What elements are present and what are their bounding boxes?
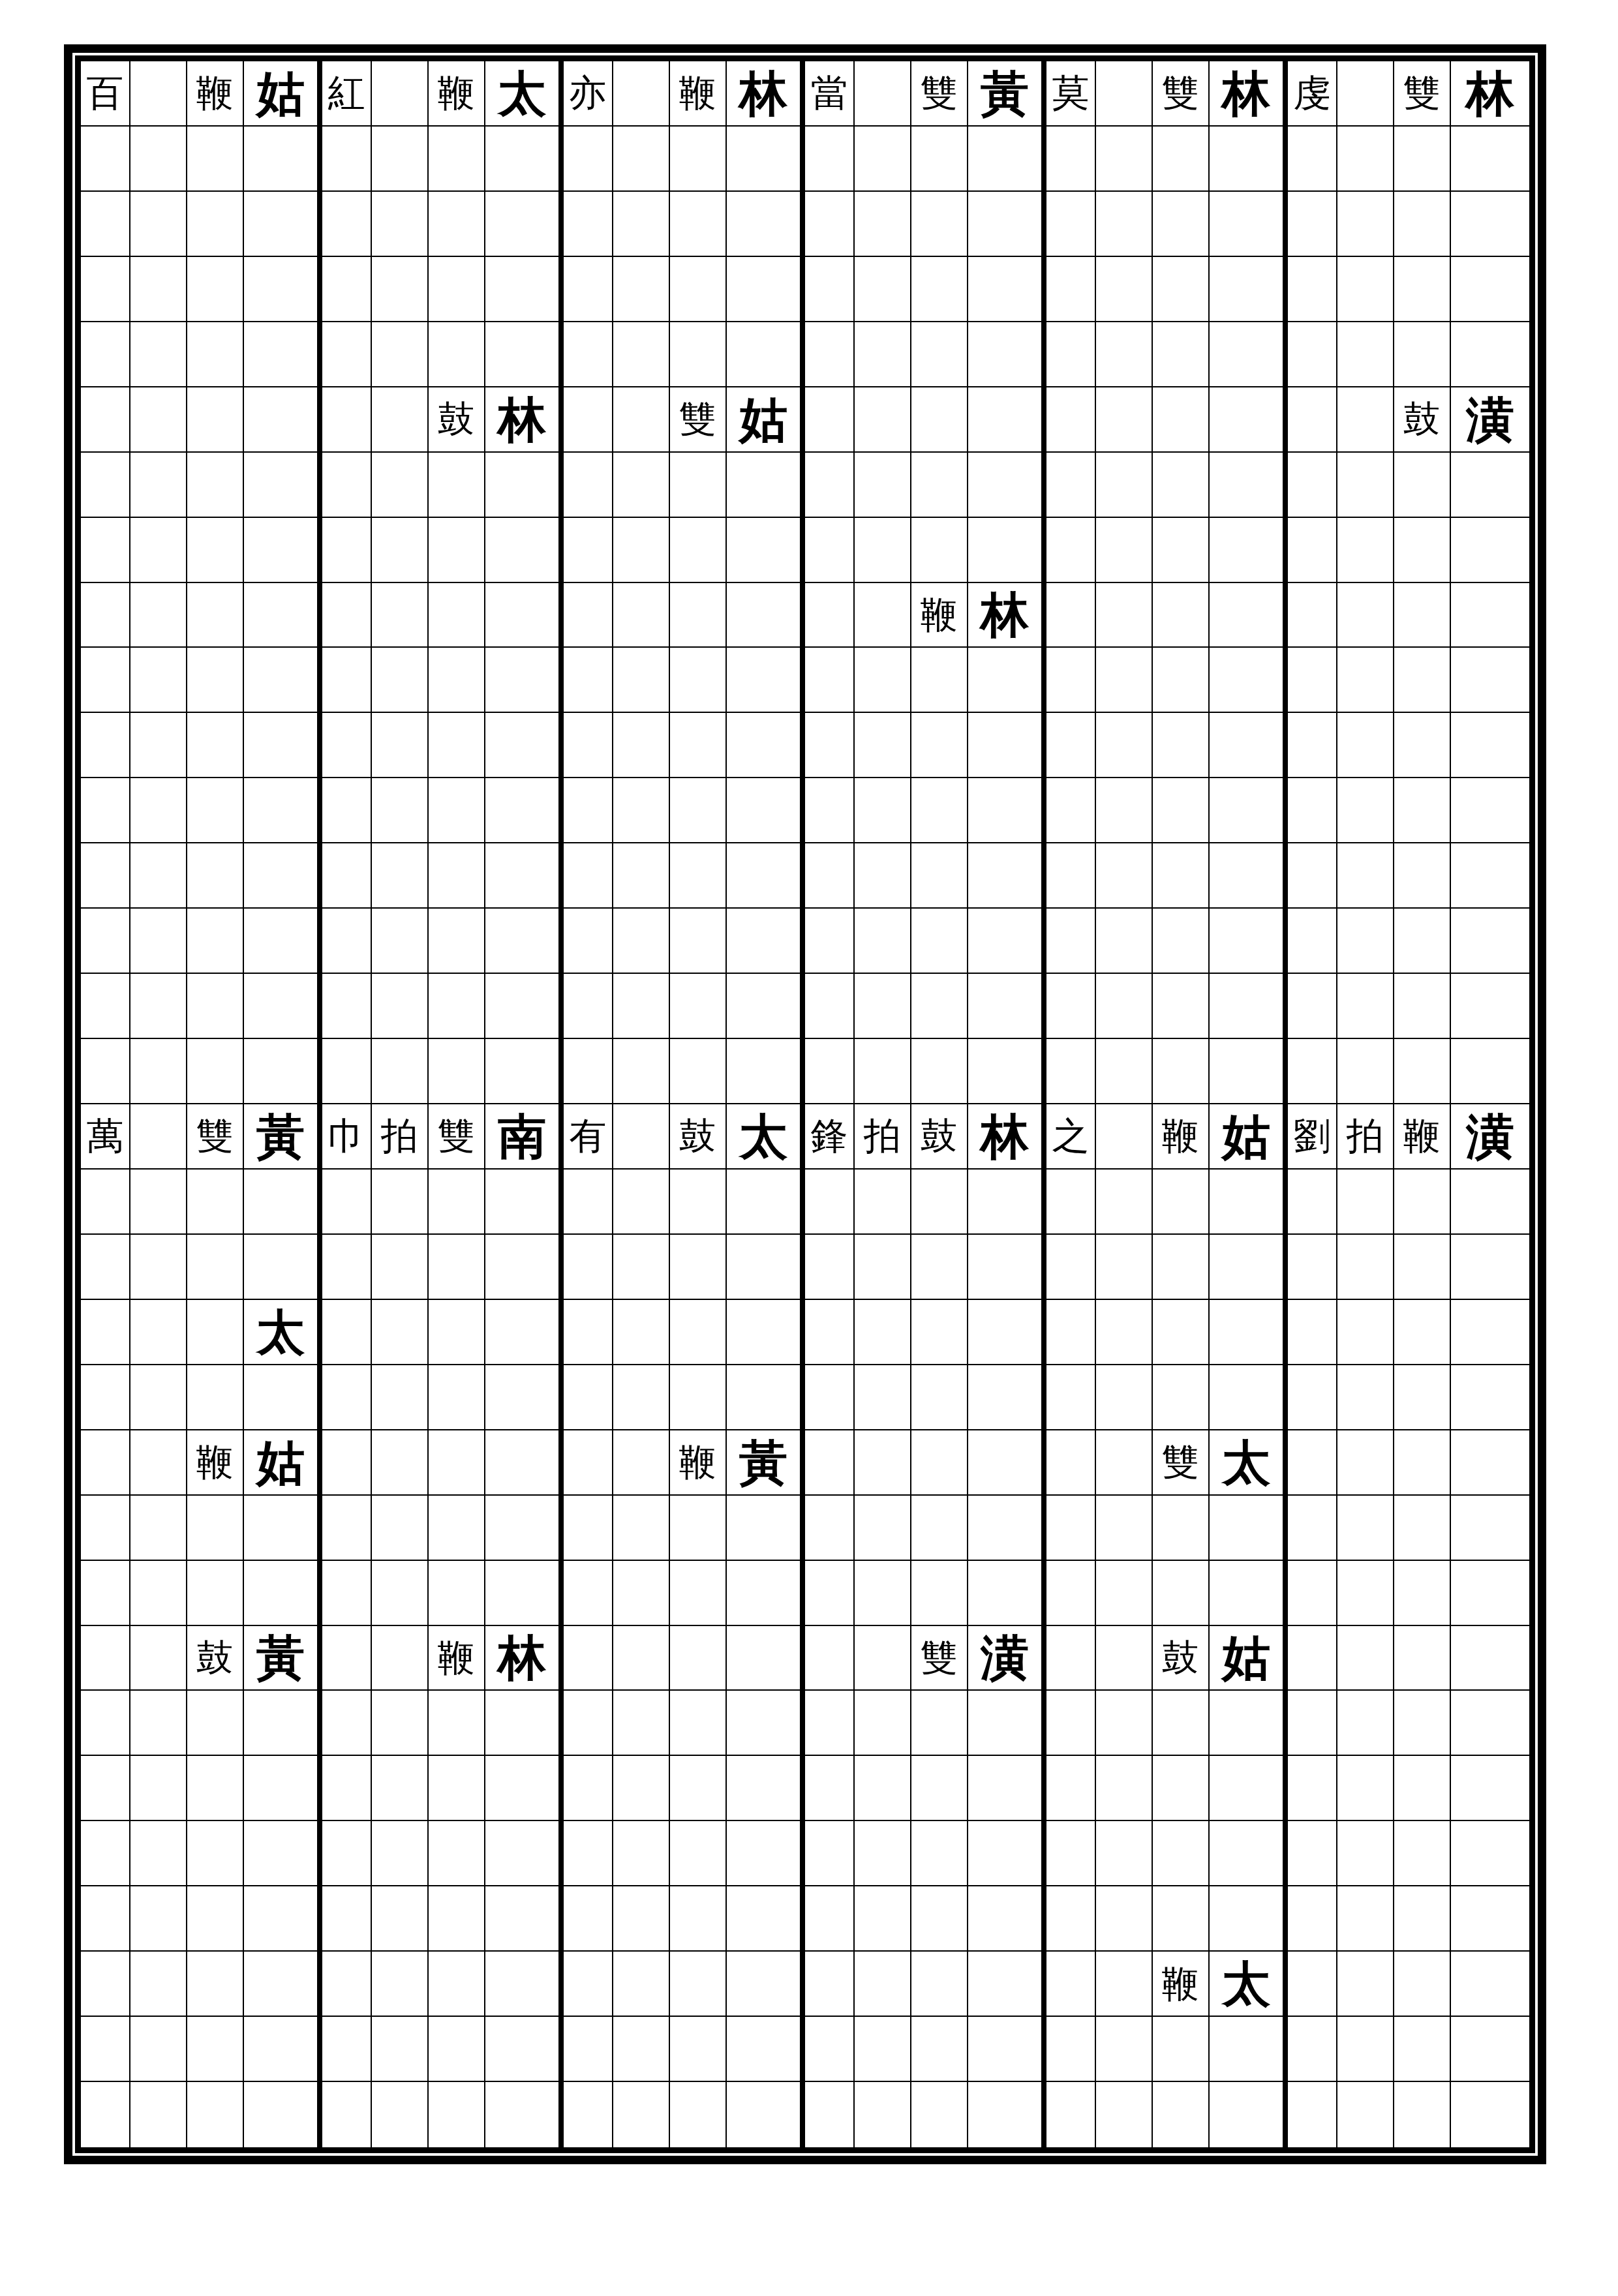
grid-cell — [1153, 909, 1210, 974]
grid-cell — [81, 2082, 130, 2147]
grid-cell — [670, 1691, 727, 1756]
grid-cell — [1394, 843, 1451, 909]
grid-cell: 拍 — [372, 1104, 429, 1170]
grid-cell — [805, 1430, 855, 1496]
grid-cell — [670, 1821, 727, 1886]
grid-cell — [1288, 1170, 1337, 1235]
grid-cell — [1394, 1039, 1451, 1104]
grid-cell — [613, 1235, 670, 1300]
grid-cell — [372, 387, 429, 453]
grid-cell — [1096, 518, 1153, 583]
grid-cell — [968, 1561, 1046, 1626]
grid-cell — [613, 2082, 670, 2147]
grid-cell: 林 — [1451, 61, 1529, 127]
grid-cell: 南 — [485, 1104, 564, 1170]
grid-cell — [1394, 909, 1451, 974]
grid-cell — [1288, 453, 1337, 518]
grid-cell — [670, 2082, 727, 2147]
grid-cell — [1153, 1365, 1210, 1430]
grid-cell — [613, 387, 670, 453]
grid-cell — [485, 2082, 564, 2147]
grid-cell — [485, 843, 564, 909]
grid-cell — [1394, 974, 1451, 1039]
grid-cell — [805, 778, 855, 843]
grid-cell — [805, 909, 855, 974]
grid-cell — [1451, 843, 1529, 909]
grid-cell — [1394, 1170, 1451, 1235]
grid-cell: 雙 — [1394, 61, 1451, 127]
grid-cell — [1153, 1039, 1210, 1104]
grid-cell — [670, 1300, 727, 1365]
grid-cell — [1337, 453, 1394, 518]
grid-cell — [130, 1691, 187, 1756]
grid-cell — [244, 1170, 322, 1235]
grid-cell — [564, 1170, 613, 1235]
grid-cell — [1096, 322, 1153, 387]
grid-cell — [1288, 322, 1337, 387]
grid-cell — [1337, 648, 1394, 713]
grid-cell — [727, 1952, 805, 2017]
grid-cell — [1046, 713, 1096, 778]
grid-cell — [564, 1300, 613, 1365]
grid-cell — [1288, 127, 1337, 192]
grid-cell — [1210, 257, 1288, 322]
grid-cell — [911, 843, 968, 909]
grid-cell — [613, 1756, 670, 1821]
grid-cell — [1394, 1496, 1451, 1561]
grid-cell — [1210, 192, 1288, 257]
grid-cell — [1288, 843, 1337, 909]
grid-cell — [1046, 1691, 1096, 1756]
grid-cell — [429, 1235, 485, 1300]
grid-cell — [322, 778, 372, 843]
grid-cell: 雙 — [911, 1626, 968, 1691]
grid-cell — [1394, 518, 1451, 583]
grid-cell — [81, 322, 130, 387]
grid-cell — [1394, 1886, 1451, 1952]
grid-cell — [322, 1886, 372, 1952]
grid-cell — [81, 843, 130, 909]
grid-cell — [372, 127, 429, 192]
grid-cell: 鞭 — [1153, 1104, 1210, 1170]
grid-cell — [670, 453, 727, 518]
score-outer-frame: 百鞭姑紅鞭太亦鞭林當雙黃莫雙林虔雙林鼓林雙姑鼓潢鞭林萬雙黃巾拍雙南有鼓太鋒拍鼓林… — [64, 44, 1546, 2164]
grid-cell — [1153, 1561, 1210, 1626]
grid-cell — [81, 974, 130, 1039]
grid-cell — [727, 1300, 805, 1365]
grid-cell — [1096, 1300, 1153, 1365]
grid-cell — [1096, 1561, 1153, 1626]
grid-cell: 鼓 — [429, 387, 485, 453]
grid-cell — [805, 192, 855, 257]
grid-cell — [1394, 322, 1451, 387]
grid-cell — [81, 583, 130, 648]
grid-cell — [1210, 1886, 1288, 1952]
grid-cell — [1096, 192, 1153, 257]
grid-cell — [1337, 192, 1394, 257]
grid-cell — [1451, 1561, 1529, 1626]
grid-cell — [130, 974, 187, 1039]
grid-cell — [1288, 1756, 1337, 1821]
grid-cell — [911, 648, 968, 713]
grid-cell — [968, 1952, 1046, 2017]
grid-cell — [187, 192, 244, 257]
grid-cell — [429, 257, 485, 322]
grid-cell — [805, 1952, 855, 2017]
grid-cell — [187, 1496, 244, 1561]
grid-cell — [911, 1170, 968, 1235]
grid-cell — [1153, 778, 1210, 843]
grid-cell: 鼓 — [911, 1104, 968, 1170]
grid-cell — [670, 1756, 727, 1821]
grid-cell — [81, 1561, 130, 1626]
grid-cell — [670, 518, 727, 583]
grid-cell — [1153, 1300, 1210, 1365]
grid-cell — [130, 1039, 187, 1104]
grid-cell: 姑 — [244, 61, 322, 127]
grid-cell — [187, 1235, 244, 1300]
grid-cell — [81, 192, 130, 257]
grid-cell — [485, 453, 564, 518]
grid-cell — [1451, 1886, 1529, 1952]
grid-cell — [670, 127, 727, 192]
grid-cell — [968, 2017, 1046, 2082]
grid-cell — [244, 322, 322, 387]
grid-cell — [372, 1496, 429, 1561]
grid-cell — [130, 1756, 187, 1821]
grid-cell — [81, 648, 130, 713]
grid-cell — [564, 1952, 613, 2017]
grid-cell — [1337, 1691, 1394, 1756]
grid-cell: 巾 — [322, 1104, 372, 1170]
grid-cell — [130, 713, 187, 778]
grid-cell — [81, 1756, 130, 1821]
grid-cell — [485, 1496, 564, 1561]
grid-cell — [1153, 1496, 1210, 1561]
grid-cell — [187, 1561, 244, 1626]
grid-cell — [911, 1300, 968, 1365]
grid-cell — [805, 1886, 855, 1952]
grid-cell — [1288, 1561, 1337, 1626]
grid-cell — [130, 1235, 187, 1300]
grid-cell: 雙 — [1153, 1430, 1210, 1496]
grid-cell — [1451, 1496, 1529, 1561]
grid-cell — [130, 1821, 187, 1886]
grid-cell — [81, 1496, 130, 1561]
grid-cell — [911, 1756, 968, 1821]
grid-cell: 鼓 — [1394, 387, 1451, 453]
grid-cell — [1288, 1300, 1337, 1365]
grid-cell — [613, 2017, 670, 2082]
grid-cell — [1288, 648, 1337, 713]
grid-cell — [1210, 713, 1288, 778]
grid-cell — [855, 778, 911, 843]
grid-cell — [244, 1365, 322, 1430]
grid-cell — [81, 453, 130, 518]
score-grid: 百鞭姑紅鞭太亦鞭林當雙黃莫雙林虔雙林鼓林雙姑鼓潢鞭林萬雙黃巾拍雙南有鼓太鋒拍鼓林… — [81, 61, 1529, 2147]
grid-cell — [1337, 1496, 1394, 1561]
grid-cell — [805, 518, 855, 583]
grid-cell — [1046, 1886, 1096, 1952]
grid-cell — [130, 453, 187, 518]
grid-cell — [613, 1886, 670, 1952]
grid-cell — [1288, 583, 1337, 648]
grid-cell: 潢 — [968, 1626, 1046, 1691]
grid-cell — [727, 843, 805, 909]
grid-cell — [1096, 1821, 1153, 1886]
grid-cell — [322, 1365, 372, 1430]
grid-cell — [1210, 648, 1288, 713]
grid-cell — [564, 1756, 613, 1821]
grid-cell — [1153, 1691, 1210, 1756]
grid-cell — [613, 1626, 670, 1691]
grid-cell — [670, 192, 727, 257]
grid-cell — [1046, 1952, 1096, 2017]
grid-cell — [372, 843, 429, 909]
grid-cell — [1337, 909, 1394, 974]
grid-cell — [968, 1756, 1046, 1821]
grid-cell — [429, 1691, 485, 1756]
grid-cell — [130, 322, 187, 387]
grid-cell — [322, 1691, 372, 1756]
grid-cell — [911, 1821, 968, 1886]
grid-cell — [130, 1430, 187, 1496]
grid-cell — [1210, 974, 1288, 1039]
grid-cell: 姑 — [244, 1430, 322, 1496]
grid-cell — [187, 387, 244, 453]
grid-cell — [372, 453, 429, 518]
grid-cell — [805, 1496, 855, 1561]
grid-cell — [244, 257, 322, 322]
grid-cell — [1046, 974, 1096, 1039]
grid-cell — [613, 1821, 670, 1886]
grid-cell — [1046, 1039, 1096, 1104]
grid-cell — [429, 648, 485, 713]
grid-cell: 黃 — [727, 1430, 805, 1496]
grid-cell — [670, 1365, 727, 1430]
grid-cell — [130, 1952, 187, 2017]
grid-cell: 鞭 — [670, 1430, 727, 1496]
grid-cell — [968, 1691, 1046, 1756]
grid-cell — [1210, 1365, 1288, 1430]
grid-cell — [244, 713, 322, 778]
grid-cell — [564, 974, 613, 1039]
grid-cell — [727, 1821, 805, 1886]
grid-cell — [564, 1235, 613, 1300]
grid-cell — [1046, 1300, 1096, 1365]
grid-cell — [429, 583, 485, 648]
grid-cell — [1153, 1235, 1210, 1300]
grid-cell — [613, 909, 670, 974]
grid-cell — [855, 1170, 911, 1235]
grid-cell: 雙 — [187, 1104, 244, 1170]
grid-cell — [1451, 583, 1529, 648]
grid-cell: 黃 — [968, 61, 1046, 127]
grid-cell — [1046, 1235, 1096, 1300]
grid-cell: 林 — [727, 61, 805, 127]
grid-cell — [1451, 257, 1529, 322]
grid-cell — [1210, 1300, 1288, 1365]
grid-cell — [485, 1691, 564, 1756]
grid-cell — [805, 1039, 855, 1104]
grid-cell — [805, 1561, 855, 1626]
grid-cell — [372, 1430, 429, 1496]
grid-cell — [1288, 1235, 1337, 1300]
grid-cell — [855, 1300, 911, 1365]
grid-cell — [1046, 192, 1096, 257]
grid-cell — [485, 192, 564, 257]
grid-cell — [564, 192, 613, 257]
grid-cell — [130, 2082, 187, 2147]
grid-cell — [727, 2082, 805, 2147]
grid-cell — [1046, 1756, 1096, 1821]
grid-cell — [81, 909, 130, 974]
grid-cell — [911, 322, 968, 387]
grid-cell — [1337, 1170, 1394, 1235]
grid-cell — [372, 1039, 429, 1104]
grid-cell — [564, 1496, 613, 1561]
grid-cell — [727, 648, 805, 713]
grid-cell — [1046, 1365, 1096, 1430]
grid-cell — [81, 1365, 130, 1430]
grid-cell — [322, 583, 372, 648]
grid-cell — [81, 257, 130, 322]
grid-cell — [485, 1039, 564, 1104]
grid-cell — [670, 1235, 727, 1300]
grid-cell — [372, 61, 429, 127]
grid-cell — [564, 1039, 613, 1104]
grid-cell — [1288, 1039, 1337, 1104]
grid-cell — [81, 1170, 130, 1235]
grid-cell — [1153, 843, 1210, 909]
grid-cell — [1046, 518, 1096, 583]
grid-cell — [1096, 1430, 1153, 1496]
grid-cell — [322, 1496, 372, 1561]
grid-cell — [613, 1430, 670, 1496]
grid-cell — [485, 1365, 564, 1430]
grid-cell — [911, 1365, 968, 1430]
grid-cell — [1096, 713, 1153, 778]
grid-cell — [670, 1496, 727, 1561]
grid-cell — [81, 1821, 130, 1886]
grid-cell — [855, 1691, 911, 1756]
grid-cell — [1337, 1821, 1394, 1886]
grid-cell — [855, 843, 911, 909]
grid-cell — [1210, 1039, 1288, 1104]
grid-cell — [1337, 843, 1394, 909]
grid-cell: 萬 — [81, 1104, 130, 1170]
grid-cell — [322, 974, 372, 1039]
grid-cell — [805, 387, 855, 453]
grid-cell — [1337, 1235, 1394, 1300]
grid-cell: 林 — [485, 1626, 564, 1691]
grid-cell — [130, 1626, 187, 1691]
grid-cell — [1288, 974, 1337, 1039]
grid-cell — [1337, 1952, 1394, 2017]
grid-cell — [613, 518, 670, 583]
grid-cell — [911, 1496, 968, 1561]
grid-cell — [429, 1561, 485, 1626]
grid-cell — [805, 257, 855, 322]
grid-cell — [429, 1952, 485, 2017]
grid-cell — [1210, 1756, 1288, 1821]
grid-cell — [670, 583, 727, 648]
grid-cell — [187, 1821, 244, 1886]
grid-cell — [1337, 974, 1394, 1039]
grid-cell — [564, 387, 613, 453]
grid-cell — [670, 322, 727, 387]
grid-cell — [244, 974, 322, 1039]
grid-cell — [322, 1170, 372, 1235]
grid-cell — [1096, 1496, 1153, 1561]
grid-cell — [855, 518, 911, 583]
grid-cell — [372, 583, 429, 648]
grid-cell — [564, 127, 613, 192]
grid-cell — [244, 387, 322, 453]
grid-cell — [1096, 1691, 1153, 1756]
grid-cell — [1153, 192, 1210, 257]
grid-cell — [1210, 1561, 1288, 1626]
grid-cell — [187, 1300, 244, 1365]
grid-cell — [244, 843, 322, 909]
grid-cell: 太 — [1210, 1952, 1288, 2017]
grid-cell — [564, 518, 613, 583]
grid-cell — [968, 2082, 1046, 2147]
grid-cell — [322, 1626, 372, 1691]
grid-cell — [670, 1170, 727, 1235]
grid-cell — [968, 713, 1046, 778]
grid-cell — [564, 909, 613, 974]
grid-cell — [1096, 1365, 1153, 1430]
grid-cell: 姑 — [727, 387, 805, 453]
grid-cell — [1046, 909, 1096, 974]
grid-cell — [564, 778, 613, 843]
grid-cell — [130, 61, 187, 127]
grid-cell — [81, 1626, 130, 1691]
grid-cell — [855, 322, 911, 387]
grid-cell — [429, 1496, 485, 1561]
grid-cell — [1288, 518, 1337, 583]
grid-cell — [81, 1952, 130, 2017]
grid-cell — [1337, 778, 1394, 843]
grid-cell — [81, 1430, 130, 1496]
grid-cell — [670, 974, 727, 1039]
grid-cell: 鞭 — [187, 1430, 244, 1496]
grid-cell — [187, 322, 244, 387]
grid-cell — [1451, 713, 1529, 778]
grid-cell — [1096, 127, 1153, 192]
grid-cell — [911, 453, 968, 518]
grid-cell — [1096, 1886, 1153, 1952]
grid-cell — [1046, 387, 1096, 453]
grid-cell: 鼓 — [1153, 1626, 1210, 1691]
grid-cell — [130, 778, 187, 843]
grid-cell — [968, 387, 1046, 453]
grid-cell — [1288, 909, 1337, 974]
grid-cell — [1451, 1039, 1529, 1104]
grid-cell — [1288, 192, 1337, 257]
grid-cell — [1096, 843, 1153, 909]
grid-cell — [911, 713, 968, 778]
grid-cell — [372, 1691, 429, 1756]
grid-cell: 林 — [968, 583, 1046, 648]
grid-cell: 亦 — [564, 61, 613, 127]
grid-cell — [670, 778, 727, 843]
grid-cell — [187, 843, 244, 909]
grid-cell — [727, 1691, 805, 1756]
grid-cell — [187, 1691, 244, 1756]
grid-cell — [130, 1300, 187, 1365]
